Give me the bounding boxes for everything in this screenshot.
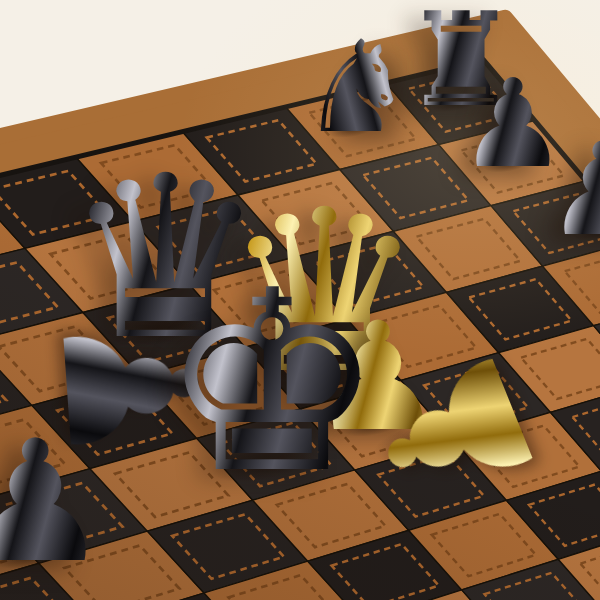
black-knight[interactable]: ♞ <box>300 23 414 150</box>
black-pawn[interactable]: ♟ <box>0 419 110 587</box>
pieces-layer: ♜♞♟♟♛♛♟♚♟♟♟ <box>0 0 600 600</box>
black-pawn[interactable]: ♟ <box>545 126 600 254</box>
chessboard-scene: ♜♞♟♟♛♛♟♚♟♟♟ <box>0 0 600 600</box>
black-king[interactable]: ♚ <box>160 258 384 508</box>
